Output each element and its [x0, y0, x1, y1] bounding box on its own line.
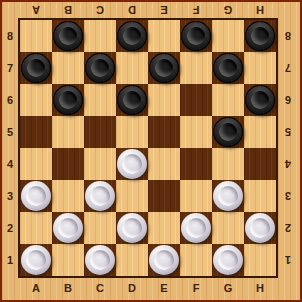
piece-dark-man-f8[interactable]	[181, 21, 211, 51]
square-a3[interactable]	[20, 180, 52, 212]
piece-core	[186, 218, 206, 238]
coord-label-f: F	[180, 2, 212, 18]
square-b4[interactable]	[52, 148, 84, 180]
square-d2[interactable]	[116, 212, 148, 244]
square-c3[interactable]	[84, 180, 116, 212]
coord-label-f: F	[180, 276, 212, 300]
piece-light-man-c3[interactable]	[85, 181, 115, 211]
piece-dark-man-g7[interactable]	[213, 53, 243, 83]
square-d5[interactable]	[116, 116, 148, 148]
rank-labels-left: 87654321	[2, 20, 18, 276]
coord-label-c: C	[84, 276, 116, 300]
piece-dark-man-c7[interactable]	[85, 53, 115, 83]
square-b7[interactable]	[52, 52, 84, 84]
square-d3[interactable]	[116, 180, 148, 212]
checkers-board: ABCDEFGH 87654321 87654321 ABCDEFGH	[0, 0, 302, 302]
coord-label-g: G	[212, 276, 244, 300]
square-c6[interactable]	[84, 84, 116, 116]
square-h7[interactable]	[244, 52, 276, 84]
piece-light-man-h2[interactable]	[245, 213, 275, 243]
piece-core	[122, 154, 142, 174]
piece-core	[26, 250, 46, 270]
coord-label-e: E	[148, 2, 180, 18]
square-d7[interactable]	[116, 52, 148, 84]
square-h6[interactable]	[244, 84, 276, 116]
piece-core	[90, 186, 110, 206]
piece-light-man-b2[interactable]	[53, 213, 83, 243]
piece-core	[122, 218, 142, 238]
square-e3[interactable]	[148, 180, 180, 212]
square-e1[interactable]	[148, 244, 180, 276]
piece-dark-man-a7[interactable]	[21, 53, 51, 83]
square-e7[interactable]	[148, 52, 180, 84]
piece-dark-man-d6[interactable]	[117, 85, 147, 115]
piece-core	[27, 59, 45, 77]
square-a7[interactable]	[20, 52, 52, 84]
square-c4[interactable]	[84, 148, 116, 180]
square-b3[interactable]	[52, 180, 84, 212]
piece-light-man-f2[interactable]	[181, 213, 211, 243]
coord-label-2: 2	[276, 212, 300, 244]
piece-core	[155, 59, 173, 77]
square-h3[interactable]	[244, 180, 276, 212]
coord-label-8: 8	[276, 20, 300, 52]
square-b8[interactable]	[52, 20, 84, 52]
square-f6[interactable]	[180, 84, 212, 116]
square-h5[interactable]	[244, 116, 276, 148]
coord-label-5: 5	[276, 116, 300, 148]
coord-label-4: 4	[2, 148, 18, 180]
square-g3[interactable]	[212, 180, 244, 212]
square-f8[interactable]	[180, 20, 212, 52]
square-c1[interactable]	[84, 244, 116, 276]
coord-label-e: E	[148, 276, 180, 300]
coord-label-7: 7	[2, 52, 18, 84]
square-c7[interactable]	[84, 52, 116, 84]
square-e5[interactable]	[148, 116, 180, 148]
piece-core	[91, 59, 109, 77]
coord-label-h: H	[244, 276, 276, 300]
piece-core	[58, 218, 78, 238]
square-b2[interactable]	[52, 212, 84, 244]
coord-label-h: H	[244, 2, 276, 18]
square-a4[interactable]	[20, 148, 52, 180]
piece-core	[219, 123, 237, 141]
coord-label-a: A	[20, 276, 52, 300]
coord-label-b: B	[52, 2, 84, 18]
coord-label-d: D	[116, 276, 148, 300]
piece-dark-man-g5[interactable]	[213, 117, 243, 147]
square-a1[interactable]	[20, 244, 52, 276]
coord-label-7: 7	[276, 52, 300, 84]
piece-core	[219, 59, 237, 77]
square-d6[interactable]	[116, 84, 148, 116]
piece-core	[59, 91, 77, 109]
piece-dark-man-b6[interactable]	[53, 85, 83, 115]
coord-label-6: 6	[276, 84, 300, 116]
piece-core	[187, 27, 205, 45]
board-grid	[18, 18, 278, 278]
square-e2[interactable]	[148, 212, 180, 244]
coord-label-4: 4	[276, 148, 300, 180]
square-a8[interactable]	[20, 20, 52, 52]
square-e8[interactable]	[148, 20, 180, 52]
square-f3[interactable]	[180, 180, 212, 212]
square-d8[interactable]	[116, 20, 148, 52]
piece-light-man-d2[interactable]	[117, 213, 147, 243]
piece-light-man-g1[interactable]	[213, 245, 243, 275]
square-g5[interactable]	[212, 116, 244, 148]
square-b1[interactable]	[52, 244, 84, 276]
coord-label-6: 6	[2, 84, 18, 116]
piece-light-man-a3[interactable]	[21, 181, 51, 211]
piece-core	[123, 27, 141, 45]
square-f7[interactable]	[180, 52, 212, 84]
piece-core	[218, 186, 238, 206]
piece-core	[251, 27, 269, 45]
coord-label-g: G	[212, 2, 244, 18]
file-labels-top: ABCDEFGH	[20, 2, 276, 18]
coord-label-a: A	[20, 2, 52, 18]
square-h8[interactable]	[244, 20, 276, 52]
coord-label-8: 8	[2, 20, 18, 52]
square-e6[interactable]	[148, 84, 180, 116]
square-d1[interactable]	[116, 244, 148, 276]
square-h1[interactable]	[244, 244, 276, 276]
square-b6[interactable]	[52, 84, 84, 116]
piece-light-man-c1[interactable]	[85, 245, 115, 275]
piece-dark-man-e7[interactable]	[149, 53, 179, 83]
square-b5[interactable]	[52, 116, 84, 148]
square-f2[interactable]	[180, 212, 212, 244]
piece-dark-man-d8[interactable]	[117, 21, 147, 51]
square-g7[interactable]	[212, 52, 244, 84]
piece-dark-man-h6[interactable]	[245, 85, 275, 115]
piece-dark-man-b8[interactable]	[53, 21, 83, 51]
square-f5[interactable]	[180, 116, 212, 148]
file-labels-bottom: ABCDEFGH	[20, 276, 276, 300]
coord-label-1: 1	[276, 244, 300, 276]
coord-label-b: B	[52, 276, 84, 300]
square-a5[interactable]	[20, 116, 52, 148]
square-f4[interactable]	[180, 148, 212, 180]
coord-label-c: C	[84, 2, 116, 18]
square-g1[interactable]	[212, 244, 244, 276]
square-c5[interactable]	[84, 116, 116, 148]
piece-core	[154, 250, 174, 270]
square-c8[interactable]	[84, 20, 116, 52]
coord-label-3: 3	[276, 180, 300, 212]
square-g2[interactable]	[212, 212, 244, 244]
piece-light-man-g3[interactable]	[213, 181, 243, 211]
coord-label-1: 1	[2, 244, 18, 276]
piece-core	[218, 250, 238, 270]
piece-core	[90, 250, 110, 270]
square-h2[interactable]	[244, 212, 276, 244]
square-a6[interactable]	[20, 84, 52, 116]
coord-label-2: 2	[2, 212, 18, 244]
piece-light-man-d4[interactable]	[117, 149, 147, 179]
coord-label-d: D	[116, 2, 148, 18]
coord-label-5: 5	[2, 116, 18, 148]
square-h4[interactable]	[244, 148, 276, 180]
coord-label-3: 3	[2, 180, 18, 212]
piece-core	[26, 186, 46, 206]
piece-core	[250, 218, 270, 238]
piece-core	[251, 91, 269, 109]
square-d4[interactable]	[116, 148, 148, 180]
square-a2[interactable]	[20, 212, 52, 244]
rank-labels-right: 87654321	[276, 20, 300, 276]
piece-light-man-a1[interactable]	[21, 245, 51, 275]
square-c2[interactable]	[84, 212, 116, 244]
piece-dark-man-h8[interactable]	[245, 21, 275, 51]
square-e4[interactable]	[148, 148, 180, 180]
square-f1[interactable]	[180, 244, 212, 276]
piece-core	[59, 27, 77, 45]
piece-core	[123, 91, 141, 109]
square-g8[interactable]	[212, 20, 244, 52]
square-g6[interactable]	[212, 84, 244, 116]
square-g4[interactable]	[212, 148, 244, 180]
piece-light-man-e1[interactable]	[149, 245, 179, 275]
